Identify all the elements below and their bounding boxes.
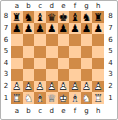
rank-label-2: 2 xyxy=(1,81,11,93)
piece-black-pawn: ♟ xyxy=(12,23,21,34)
square-a4[interactable] xyxy=(11,58,23,70)
square-g8[interactable]: ♞ xyxy=(81,11,93,23)
square-b6[interactable] xyxy=(23,34,35,46)
rank-label-5: 5 xyxy=(104,46,117,58)
square-a5[interactable] xyxy=(11,46,23,58)
piece-black-rook: ♜ xyxy=(12,12,21,23)
square-f8[interactable]: ♝ xyxy=(69,11,81,23)
square-a1[interactable]: ♜♖ xyxy=(11,92,23,104)
square-b8[interactable]: ♞ xyxy=(23,11,35,23)
piece-white-rook: ♜♖ xyxy=(12,93,21,104)
square-d8[interactable]: ♛ xyxy=(46,11,58,23)
file-label-c: c xyxy=(34,104,46,119)
square-f1[interactable]: ♝♗ xyxy=(69,92,81,104)
piece-white-knight: ♞♘ xyxy=(24,93,33,104)
file-label-a: a xyxy=(11,104,23,119)
square-e7[interactable]: ♟ xyxy=(58,23,70,35)
square-c6[interactable] xyxy=(34,34,46,46)
file-label-f: f xyxy=(69,104,81,119)
file-label-g: g xyxy=(81,104,93,119)
square-c3[interactable] xyxy=(34,69,46,81)
rank-label-1: 1 xyxy=(104,92,117,104)
square-g2[interactable]: ♟♙ xyxy=(81,81,93,93)
square-b5[interactable] xyxy=(23,46,35,58)
rank-label-2: 2 xyxy=(104,81,117,93)
square-b3[interactable] xyxy=(23,69,35,81)
square-f3[interactable] xyxy=(69,69,81,81)
square-e6[interactable] xyxy=(58,34,70,46)
piece-black-pawn: ♟ xyxy=(35,23,44,34)
square-f2[interactable]: ♟♙ xyxy=(69,81,81,93)
rank-label-4: 4 xyxy=(104,58,117,70)
file-label-b: b xyxy=(23,1,35,11)
rank-labels-right: 87654321 xyxy=(104,11,117,104)
piece-black-bishop: ♝ xyxy=(70,12,79,23)
chess-diagram: abcdefgh 87654321 ♜♞♝♛♚♝♞♜♟♟♟♟♟♟♟♟♟♙♟♙♟♙… xyxy=(0,0,118,120)
square-c2[interactable]: ♟♙ xyxy=(34,81,46,93)
piece-black-pawn: ♟ xyxy=(82,23,91,34)
square-e4[interactable] xyxy=(58,58,70,70)
square-d6[interactable] xyxy=(46,34,58,46)
square-h4[interactable] xyxy=(92,58,104,70)
square-g5[interactable] xyxy=(81,46,93,58)
square-g3[interactable] xyxy=(81,69,93,81)
square-e8[interactable]: ♚ xyxy=(58,11,70,23)
rank-label-1: 1 xyxy=(1,92,11,104)
rank-label-3: 3 xyxy=(104,69,117,81)
rank-label-8: 8 xyxy=(104,11,117,23)
piece-white-pawn: ♟♙ xyxy=(93,81,102,92)
piece-white-queen: ♛♕ xyxy=(47,93,56,104)
square-h7[interactable]: ♟ xyxy=(92,23,104,35)
square-h3[interactable] xyxy=(92,69,104,81)
rank-label-4: 4 xyxy=(1,58,11,70)
square-a6[interactable] xyxy=(11,34,23,46)
corner-top-left xyxy=(1,1,11,11)
square-g4[interactable] xyxy=(81,58,93,70)
file-label-d: d xyxy=(46,1,58,11)
square-b7[interactable]: ♟ xyxy=(23,23,35,35)
square-e2[interactable]: ♟♙ xyxy=(58,81,70,93)
square-g1[interactable]: ♞♘ xyxy=(81,92,93,104)
square-f5[interactable] xyxy=(69,46,81,58)
file-label-g: g xyxy=(81,1,93,11)
square-f4[interactable] xyxy=(69,58,81,70)
square-f7[interactable]: ♟ xyxy=(69,23,81,35)
piece-black-pawn: ♟ xyxy=(70,23,79,34)
file-labels-top: abcdefgh xyxy=(11,1,104,11)
piece-black-pawn: ♟ xyxy=(59,23,68,34)
square-c8[interactable]: ♝ xyxy=(34,11,46,23)
square-a2[interactable]: ♟♙ xyxy=(11,81,23,93)
file-label-h: h xyxy=(92,1,104,11)
square-d1[interactable]: ♛♕ xyxy=(46,92,58,104)
piece-black-knight: ♞ xyxy=(82,12,91,23)
file-label-h: h xyxy=(92,104,104,119)
piece-black-pawn: ♟ xyxy=(47,23,56,34)
file-label-a: a xyxy=(11,1,23,11)
piece-black-queen: ♛ xyxy=(47,12,56,23)
square-h6[interactable] xyxy=(92,34,104,46)
square-d3[interactable] xyxy=(46,69,58,81)
square-g6[interactable] xyxy=(81,34,93,46)
square-f6[interactable] xyxy=(69,34,81,46)
piece-black-pawn: ♟ xyxy=(24,23,33,34)
rank-labels-left: 87654321 xyxy=(1,11,11,104)
square-a3[interactable] xyxy=(11,69,23,81)
rank-label-3: 3 xyxy=(1,69,11,81)
file-label-e: e xyxy=(58,1,70,11)
piece-white-pawn: ♟♙ xyxy=(59,81,68,92)
square-c5[interactable] xyxy=(34,46,46,58)
piece-white-pawn: ♟♙ xyxy=(35,81,44,92)
square-c7[interactable]: ♟ xyxy=(34,23,46,35)
piece-white-bishop: ♝♗ xyxy=(35,93,44,104)
piece-black-bishop: ♝ xyxy=(35,12,44,23)
piece-black-rook: ♜ xyxy=(93,12,102,23)
piece-white-pawn: ♟♙ xyxy=(24,81,33,92)
square-e1[interactable]: ♚♔ xyxy=(58,92,70,104)
piece-white-pawn: ♟♙ xyxy=(47,81,56,92)
square-d7[interactable]: ♟ xyxy=(46,23,58,35)
square-d5[interactable] xyxy=(46,46,58,58)
corner-top-right xyxy=(104,1,117,11)
piece-white-pawn: ♟♙ xyxy=(12,81,21,92)
square-h8[interactable]: ♜ xyxy=(92,11,104,23)
piece-white-knight: ♞♘ xyxy=(82,93,91,104)
square-d2[interactable]: ♟♙ xyxy=(46,81,58,93)
square-a8[interactable]: ♜ xyxy=(11,11,23,23)
rank-label-7: 7 xyxy=(104,23,117,35)
square-g7[interactable]: ♟ xyxy=(81,23,93,35)
square-e5[interactable] xyxy=(58,46,70,58)
piece-white-pawn: ♟♙ xyxy=(70,81,79,92)
board: ♜♞♝♛♚♝♞♜♟♟♟♟♟♟♟♟♟♙♟♙♟♙♟♙♟♙♟♙♟♙♟♙♜♖♞♘♝♗♛♕… xyxy=(11,11,104,104)
piece-white-rook: ♜♖ xyxy=(93,93,102,104)
piece-white-king: ♚♔ xyxy=(59,93,68,104)
square-c1[interactable]: ♝♗ xyxy=(34,92,46,104)
file-label-c: c xyxy=(34,1,46,11)
rank-label-6: 6 xyxy=(104,34,117,46)
corner-bottom-right xyxy=(104,104,117,119)
square-h5[interactable] xyxy=(92,46,104,58)
file-label-b: b xyxy=(23,104,35,119)
square-d4[interactable] xyxy=(46,58,58,70)
square-b2[interactable]: ♟♙ xyxy=(23,81,35,93)
rank-label-8: 8 xyxy=(1,11,11,23)
piece-white-pawn: ♟♙ xyxy=(82,81,91,92)
square-e3[interactable] xyxy=(58,69,70,81)
rank-label-6: 6 xyxy=(1,34,11,46)
corner-bottom-left xyxy=(1,104,11,119)
square-a7[interactable]: ♟ xyxy=(11,23,23,35)
square-h1[interactable]: ♜♖ xyxy=(92,92,104,104)
square-b1[interactable]: ♞♘ xyxy=(23,92,35,104)
rank-label-7: 7 xyxy=(1,23,11,35)
file-labels-bottom: abcdefgh xyxy=(11,104,104,119)
file-label-f: f xyxy=(69,1,81,11)
piece-black-king: ♚ xyxy=(59,12,68,23)
square-c4[interactable] xyxy=(34,58,46,70)
piece-black-pawn: ♟ xyxy=(93,23,102,34)
file-label-d: d xyxy=(46,104,58,119)
square-h2[interactable]: ♟♙ xyxy=(92,81,104,93)
square-b4[interactable] xyxy=(23,58,35,70)
file-label-e: e xyxy=(58,104,70,119)
piece-white-bishop: ♝♗ xyxy=(70,93,79,104)
piece-black-knight: ♞ xyxy=(24,12,33,23)
rank-label-5: 5 xyxy=(1,46,11,58)
